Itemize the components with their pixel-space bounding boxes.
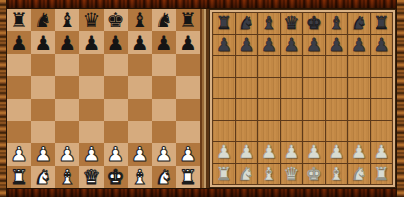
square-g7[interactable]: ♟ (348, 35, 370, 56)
square-g1[interactable]: ♞ (348, 164, 370, 185)
square-h3[interactable] (371, 121, 393, 142)
square-a5[interactable] (213, 78, 235, 99)
piece-black-queen[interactable]: ♛ (82, 10, 100, 30)
square-f1[interactable]: ♝ (128, 166, 152, 188)
piece-black-bishop[interactable]: ♝ (58, 10, 76, 30)
square-c3[interactable] (55, 121, 79, 143)
square-h1[interactable]: ♜ (371, 164, 393, 185)
square-e6[interactable] (303, 56, 325, 77)
square-e3[interactable] (303, 121, 325, 142)
piece-white-pawn[interactable]: ♟ (261, 143, 277, 161)
piece-black-pawn[interactable]: ♟ (179, 33, 197, 53)
piece-black-knight[interactable]: ♞ (238, 14, 254, 32)
square-g3[interactable] (348, 121, 370, 142)
piece-white-queen[interactable]: ♛ (82, 167, 100, 187)
square-f6[interactable] (128, 54, 152, 76)
piece-black-rook[interactable]: ♜ (216, 14, 232, 32)
square-d3[interactable] (79, 121, 103, 143)
square-c1[interactable]: ♝ (258, 164, 280, 185)
square-h8[interactable]: ♜ (371, 13, 393, 34)
square-f7[interactable]: ♟ (326, 35, 348, 56)
square-g8[interactable]: ♞ (152, 9, 176, 31)
square-d4[interactable] (79, 99, 103, 121)
square-b2[interactable]: ♟ (31, 143, 55, 165)
square-a4[interactable] (7, 99, 31, 121)
carved-frame-top (0, 0, 404, 9)
piece-white-rook[interactable]: ♜ (373, 165, 389, 183)
square-c7[interactable]: ♟ (55, 31, 79, 53)
square-b7[interactable]: ♟ (236, 35, 258, 56)
square-f8[interactable]: ♝ (326, 13, 348, 34)
square-g4[interactable] (348, 99, 370, 120)
square-c6[interactable] (258, 56, 280, 77)
square-d1[interactable]: ♛ (281, 164, 303, 185)
square-e5[interactable] (104, 76, 128, 98)
piece-white-bishop[interactable]: ♝ (58, 167, 76, 187)
piece-black-pawn[interactable]: ♟ (34, 33, 52, 53)
piece-white-pawn[interactable]: ♟ (238, 143, 254, 161)
square-d1[interactable]: ♛ (79, 166, 103, 188)
piece-black-pawn[interactable]: ♟ (328, 36, 344, 54)
chess-board-3d-grid[interactable]: ♜♞♝♛♚♝♞♜♟♟♟♟♟♟♟♟♟♟♟♟♟♟♟♟♜♞♝♛♚♝♞♜ (212, 12, 393, 185)
square-f7[interactable]: ♟ (128, 31, 152, 53)
piece-white-pawn[interactable]: ♟ (328, 143, 344, 161)
square-e4[interactable] (303, 99, 325, 120)
square-g5[interactable] (152, 76, 176, 98)
square-c7[interactable]: ♟ (258, 35, 280, 56)
square-f8[interactable]: ♝ (128, 9, 152, 31)
square-b7[interactable]: ♟ (31, 31, 55, 53)
square-a8[interactable]: ♜ (213, 13, 235, 34)
square-g6[interactable] (152, 54, 176, 76)
piece-white-pawn[interactable]: ♟ (58, 144, 76, 164)
piece-black-knight[interactable]: ♞ (34, 10, 52, 30)
square-b4[interactable] (236, 99, 258, 120)
piece-black-bishop[interactable]: ♝ (131, 10, 149, 30)
piece-black-pawn[interactable]: ♟ (82, 33, 100, 53)
square-h5[interactable] (371, 78, 393, 99)
square-a6[interactable] (213, 56, 235, 77)
square-f3[interactable] (128, 121, 152, 143)
piece-white-pawn[interactable]: ♟ (155, 144, 173, 164)
square-c2[interactable]: ♟ (55, 143, 79, 165)
square-b6[interactable] (236, 56, 258, 77)
square-f2[interactable]: ♟ (128, 143, 152, 165)
square-h8[interactable]: ♜ (176, 9, 200, 31)
square-e2[interactable]: ♟ (104, 143, 128, 165)
square-a4[interactable] (213, 99, 235, 120)
square-g1[interactable]: ♞ (152, 166, 176, 188)
square-d8[interactable]: ♛ (79, 9, 103, 31)
square-a2[interactable]: ♟ (7, 143, 31, 165)
piece-white-pawn[interactable]: ♟ (10, 144, 28, 164)
square-d7[interactable]: ♟ (79, 31, 103, 53)
piece-black-rook[interactable]: ♜ (179, 10, 197, 30)
square-e1[interactable]: ♚ (303, 164, 325, 185)
square-e7[interactable]: ♟ (104, 31, 128, 53)
square-f3[interactable] (326, 121, 348, 142)
square-h7[interactable]: ♟ (176, 31, 200, 53)
carved-frame-right (396, 0, 404, 197)
piece-black-pawn[interactable]: ♟ (107, 33, 125, 53)
square-c6[interactable] (55, 54, 79, 76)
square-f4[interactable] (326, 99, 348, 120)
piece-black-pawn[interactable]: ♟ (373, 36, 389, 54)
square-h3[interactable] (176, 121, 200, 143)
piece-black-knight[interactable]: ♞ (155, 10, 173, 30)
piece-white-pawn[interactable]: ♟ (107, 144, 125, 164)
square-g3[interactable] (152, 121, 176, 143)
square-g4[interactable] (152, 99, 176, 121)
piece-black-pawn[interactable]: ♟ (155, 33, 173, 53)
piece-white-king[interactable]: ♚ (306, 165, 322, 183)
square-d3[interactable] (281, 121, 303, 142)
square-a7[interactable]: ♟ (7, 31, 31, 53)
square-h6[interactable] (176, 54, 200, 76)
piece-black-pawn[interactable]: ♟ (216, 36, 232, 54)
square-f6[interactable] (326, 56, 348, 77)
chess-board-3d[interactable]: ♜♞♝♛♚♝♞♜♟♟♟♟♟♟♟♟♟♟♟♟♟♟♟♟♜♞♝♛♚♝♞♜ (209, 9, 396, 188)
piece-white-rook[interactable]: ♜ (216, 165, 232, 183)
square-h7[interactable]: ♟ (371, 35, 393, 56)
piece-white-pawn[interactable]: ♟ (351, 143, 367, 161)
square-d8[interactable]: ♛ (281, 13, 303, 34)
square-g2[interactable]: ♟ (152, 143, 176, 165)
piece-black-pawn[interactable]: ♟ (131, 33, 149, 53)
piece-black-rook[interactable]: ♜ (10, 10, 28, 30)
square-d2[interactable]: ♟ (79, 143, 103, 165)
square-c2[interactable]: ♟ (258, 142, 280, 163)
piece-white-knight[interactable]: ♞ (34, 167, 52, 187)
piece-white-pawn[interactable]: ♟ (179, 144, 197, 164)
square-g5[interactable] (348, 78, 370, 99)
square-h4[interactable] (371, 99, 393, 120)
piece-white-queen[interactable]: ♛ (283, 165, 299, 183)
piece-black-pawn[interactable]: ♟ (238, 36, 254, 54)
square-e8[interactable]: ♚ (104, 9, 128, 31)
square-d4[interactable] (281, 99, 303, 120)
piece-white-pawn[interactable]: ♟ (34, 144, 52, 164)
square-b8[interactable]: ♞ (236, 13, 258, 34)
square-g7[interactable]: ♟ (152, 31, 176, 53)
square-h5[interactable] (176, 76, 200, 98)
chess-board-2d[interactable]: ♜♞♝♛♚♝♞♜♟♟♟♟♟♟♟♟♟♟♟♟♟♟♟♟♜♞♝♛♚♝♞♜ (7, 9, 200, 188)
dual-chess-window: ♜♞♝♛♚♝♞♜♟♟♟♟♟♟♟♟♟♟♟♟♟♟♟♟♜♞♝♛♚♝♞♜ ♜♞♝♛♚♝♞… (0, 0, 404, 197)
piece-white-pawn[interactable]: ♟ (216, 143, 232, 161)
board-divider (200, 9, 209, 188)
square-d6[interactable] (79, 54, 103, 76)
piece-white-bishop[interactable]: ♝ (131, 167, 149, 187)
square-b1[interactable]: ♞ (236, 164, 258, 185)
square-a6[interactable] (7, 54, 31, 76)
square-e2[interactable]: ♟ (303, 142, 325, 163)
square-c4[interactable] (55, 99, 79, 121)
piece-black-rook[interactable]: ♜ (373, 14, 389, 32)
square-a2[interactable]: ♟ (213, 142, 235, 163)
piece-black-king[interactable]: ♚ (107, 10, 125, 30)
piece-white-king[interactable]: ♚ (107, 167, 125, 187)
square-c1[interactable]: ♝ (55, 166, 79, 188)
square-h2[interactable]: ♟ (176, 143, 200, 165)
piece-white-knight[interactable]: ♞ (351, 165, 367, 183)
square-a1[interactable]: ♜ (213, 164, 235, 185)
piece-white-bishop[interactable]: ♝ (261, 165, 277, 183)
square-e3[interactable] (104, 121, 128, 143)
square-h2[interactable]: ♟ (371, 142, 393, 163)
square-a5[interactable] (7, 76, 31, 98)
piece-white-pawn[interactable]: ♟ (82, 144, 100, 164)
square-g2[interactable]: ♟ (348, 142, 370, 163)
square-a3[interactable] (7, 121, 31, 143)
square-c8[interactable]: ♝ (55, 9, 79, 31)
piece-white-rook[interactable]: ♜ (10, 167, 28, 187)
square-b5[interactable] (236, 78, 258, 99)
square-c5[interactable] (258, 78, 280, 99)
square-b2[interactable]: ♟ (236, 142, 258, 163)
piece-black-queen[interactable]: ♛ (283, 14, 299, 32)
piece-white-pawn[interactable]: ♟ (131, 144, 149, 164)
square-e5[interactable] (303, 78, 325, 99)
piece-black-knight[interactable]: ♞ (351, 14, 367, 32)
square-f2[interactable]: ♟ (326, 142, 348, 163)
square-c8[interactable]: ♝ (258, 13, 280, 34)
piece-black-king[interactable]: ♚ (306, 14, 322, 32)
piece-black-bishop[interactable]: ♝ (261, 14, 277, 32)
square-b4[interactable] (31, 99, 55, 121)
piece-white-rook[interactable]: ♜ (179, 167, 197, 187)
square-g8[interactable]: ♞ (348, 13, 370, 34)
piece-white-pawn[interactable]: ♟ (283, 143, 299, 161)
square-a7[interactable]: ♟ (213, 35, 235, 56)
piece-black-pawn[interactable]: ♟ (283, 36, 299, 54)
square-c3[interactable] (258, 121, 280, 142)
square-d5[interactable] (281, 78, 303, 99)
piece-black-pawn[interactable]: ♟ (10, 33, 28, 53)
square-b8[interactable]: ♞ (31, 9, 55, 31)
piece-white-pawn[interactable]: ♟ (373, 143, 389, 161)
square-a1[interactable]: ♜ (7, 166, 31, 188)
square-d5[interactable] (79, 76, 103, 98)
square-b1[interactable]: ♞ (31, 166, 55, 188)
square-a3[interactable] (213, 121, 235, 142)
piece-white-knight[interactable]: ♞ (155, 167, 173, 187)
square-c5[interactable] (55, 76, 79, 98)
carved-frame-left (0, 0, 7, 197)
square-g6[interactable] (348, 56, 370, 77)
square-e8[interactable]: ♚ (303, 13, 325, 34)
square-a8[interactable]: ♜ (7, 9, 31, 31)
square-h4[interactable] (176, 99, 200, 121)
square-f5[interactable] (326, 78, 348, 99)
square-d7[interactable]: ♟ (281, 35, 303, 56)
piece-black-pawn[interactable]: ♟ (306, 36, 322, 54)
square-d6[interactable] (281, 56, 303, 77)
square-b3[interactable] (236, 121, 258, 142)
square-b5[interactable] (31, 76, 55, 98)
piece-white-bishop[interactable]: ♝ (328, 165, 344, 183)
square-f4[interactable] (128, 99, 152, 121)
square-c4[interactable] (258, 99, 280, 120)
square-h1[interactable]: ♜ (176, 166, 200, 188)
piece-black-pawn[interactable]: ♟ (261, 36, 277, 54)
square-e4[interactable] (104, 99, 128, 121)
square-b3[interactable] (31, 121, 55, 143)
square-f1[interactable]: ♝ (326, 164, 348, 185)
square-e7[interactable]: ♟ (303, 35, 325, 56)
piece-black-pawn[interactable]: ♟ (58, 33, 76, 53)
square-e6[interactable] (104, 54, 128, 76)
square-e1[interactable]: ♚ (104, 166, 128, 188)
square-d2[interactable]: ♟ (281, 142, 303, 163)
piece-black-bishop[interactable]: ♝ (328, 14, 344, 32)
square-f5[interactable] (128, 76, 152, 98)
square-b6[interactable] (31, 54, 55, 76)
piece-white-pawn[interactable]: ♟ (306, 143, 322, 161)
piece-black-pawn[interactable]: ♟ (351, 36, 367, 54)
carved-frame-bottom (0, 188, 404, 197)
piece-white-knight[interactable]: ♞ (238, 165, 254, 183)
square-h6[interactable] (371, 56, 393, 77)
